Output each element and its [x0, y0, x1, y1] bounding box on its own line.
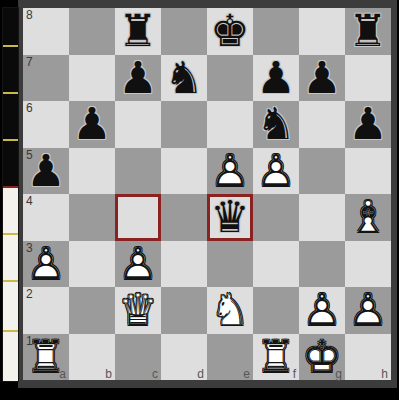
- eval-tick: [3, 330, 18, 332]
- square-h4[interactable]: ♝♗: [345, 194, 391, 241]
- square-b2[interactable]: [69, 287, 115, 334]
- square-a7[interactable]: 7: [23, 55, 69, 102]
- eval-tick: [3, 92, 18, 94]
- square-b5[interactable]: [69, 148, 115, 195]
- square-b4[interactable]: [69, 194, 115, 241]
- square-e5[interactable]: ♟♙: [207, 148, 253, 195]
- square-f2[interactable]: [253, 287, 299, 334]
- white-piece-outline: ♙: [345, 287, 391, 334]
- square-f5[interactable]: ♟♙: [253, 148, 299, 195]
- square-e6[interactable]: [207, 101, 253, 148]
- white-bishop[interactable]: ♝♗: [345, 194, 391, 241]
- black-queen[interactable]: ♛: [207, 194, 253, 241]
- square-g5[interactable]: [299, 148, 345, 195]
- square-h3[interactable]: [345, 241, 391, 288]
- square-b8[interactable]: [69, 8, 115, 55]
- black-pawn[interactable]: ♟: [299, 55, 345, 102]
- square-d4[interactable]: [161, 194, 207, 241]
- square-h8[interactable]: ♜: [345, 8, 391, 55]
- black-pawn[interactable]: ♟: [115, 55, 161, 102]
- square-f6[interactable]: ♞: [253, 101, 299, 148]
- square-d5[interactable]: [161, 148, 207, 195]
- white-piece-outline: ♖: [23, 334, 69, 381]
- square-e1[interactable]: e: [207, 334, 253, 381]
- square-g7[interactable]: ♟: [299, 55, 345, 102]
- square-f8[interactable]: [253, 8, 299, 55]
- white-piece-outline: ♖: [253, 334, 299, 381]
- square-a1[interactable]: 1a♜♖: [23, 334, 69, 381]
- white-piece-outline: ♕: [115, 287, 161, 334]
- square-d8[interactable]: [161, 8, 207, 55]
- white-pawn[interactable]: ♟♙: [299, 287, 345, 334]
- square-c4[interactable]: [115, 194, 161, 241]
- square-c6[interactable]: [115, 101, 161, 148]
- black-pawn[interactable]: ♟: [23, 148, 69, 195]
- square-a2[interactable]: 2: [23, 287, 69, 334]
- white-rook[interactable]: ♜♖: [23, 334, 69, 381]
- black-rook[interactable]: ♜: [345, 8, 391, 55]
- file-label-c: c: [152, 368, 158, 380]
- black-knight[interactable]: ♞: [161, 55, 207, 102]
- evaluation-bar: [3, 8, 18, 381]
- white-piece-outline: ♔: [299, 334, 345, 381]
- black-king[interactable]: ♚: [207, 8, 253, 55]
- white-king[interactable]: ♚♔: [299, 334, 345, 381]
- eval-midpoint-line: [3, 186, 18, 188]
- white-pawn[interactable]: ♟♙: [345, 287, 391, 334]
- white-pawn[interactable]: ♟♙: [23, 241, 69, 288]
- eval-tick: [3, 233, 18, 235]
- square-d1[interactable]: d: [161, 334, 207, 381]
- square-g1[interactable]: g♚♔: [299, 334, 345, 381]
- eval-tick: [3, 280, 18, 282]
- file-label-d: d: [197, 368, 204, 380]
- rank-label-8: 8: [26, 9, 33, 22]
- square-a8[interactable]: 8: [23, 8, 69, 55]
- square-f7[interactable]: ♟: [253, 55, 299, 102]
- white-knight[interactable]: ♞♘: [207, 287, 253, 334]
- square-c3[interactable]: ♟♙: [115, 241, 161, 288]
- square-f4[interactable]: [253, 194, 299, 241]
- square-c2[interactable]: ♛♕: [115, 287, 161, 334]
- white-piece-outline: ♙: [253, 148, 299, 195]
- black-pawn[interactable]: ♟: [253, 55, 299, 102]
- square-c7[interactable]: ♟: [115, 55, 161, 102]
- rank-label-4: 4: [26, 195, 33, 208]
- white-piece-outline: ♗: [345, 194, 391, 241]
- square-h5[interactable]: [345, 148, 391, 195]
- white-piece-outline: ♙: [299, 287, 345, 334]
- square-g2[interactable]: ♟♙: [299, 287, 345, 334]
- black-pawn[interactable]: ♟: [345, 101, 391, 148]
- square-a5[interactable]: 5♟: [23, 148, 69, 195]
- square-f1[interactable]: f♜♖: [253, 334, 299, 381]
- square-c1[interactable]: c: [115, 334, 161, 381]
- chess-board: 8♜♚♜7♟♞♟♟6♟♞♟5♟♟♙♟♙4♛♝♗3♟♙♟♙2♛♕♞♘♟♙♟♙1a♜…: [23, 8, 391, 380]
- eval-tick: [3, 139, 18, 141]
- black-rook[interactable]: ♜: [115, 8, 161, 55]
- square-e2[interactable]: ♞♘: [207, 287, 253, 334]
- square-a4[interactable]: 4: [23, 194, 69, 241]
- eval-black-section: [3, 8, 18, 186]
- rank-label-2: 2: [26, 288, 33, 301]
- square-g3[interactable]: [299, 241, 345, 288]
- black-knight[interactable]: ♞: [253, 101, 299, 148]
- square-c5[interactable]: [115, 148, 161, 195]
- square-e8[interactable]: ♚: [207, 8, 253, 55]
- white-pawn[interactable]: ♟♙: [253, 148, 299, 195]
- square-e7[interactable]: [207, 55, 253, 102]
- black-pawn[interactable]: ♟: [69, 101, 115, 148]
- square-d6[interactable]: [161, 101, 207, 148]
- white-piece-outline: ♘: [207, 287, 253, 334]
- square-d7[interactable]: ♞: [161, 55, 207, 102]
- file-label-e: e: [243, 368, 250, 380]
- square-h1[interactable]: h: [345, 334, 391, 381]
- white-rook[interactable]: ♜♖: [253, 334, 299, 381]
- square-a6[interactable]: 6: [23, 101, 69, 148]
- square-h6[interactable]: ♟: [345, 101, 391, 148]
- white-piece-outline: ♙: [23, 241, 69, 288]
- eval-tick: [3, 45, 18, 47]
- rank-label-7: 7: [26, 56, 33, 69]
- file-label-b: b: [105, 368, 112, 380]
- square-d2[interactable]: [161, 287, 207, 334]
- square-e3[interactable]: [207, 241, 253, 288]
- square-g8[interactable]: [299, 8, 345, 55]
- square-b1[interactable]: b: [69, 334, 115, 381]
- square-a3[interactable]: 3♟♙: [23, 241, 69, 288]
- square-g4[interactable]: [299, 194, 345, 241]
- rank-label-6: 6: [26, 102, 33, 115]
- square-d3[interactable]: [161, 241, 207, 288]
- chess-app-screen: 8♜♚♜7♟♞♟♟6♟♞♟5♟♟♙♟♙4♛♝♗3♟♙♟♙2♛♕♞♘♟♙♟♙1a♜…: [0, 0, 399, 400]
- square-f3[interactable]: [253, 241, 299, 288]
- square-h7[interactable]: [345, 55, 391, 102]
- white-piece-outline: ♙: [207, 148, 253, 195]
- square-b7[interactable]: [69, 55, 115, 102]
- white-piece-outline: ♙: [115, 241, 161, 288]
- square-c8[interactable]: ♜: [115, 8, 161, 55]
- square-b3[interactable]: [69, 241, 115, 288]
- white-pawn[interactable]: ♟♙: [115, 241, 161, 288]
- square-b6[interactable]: ♟: [69, 101, 115, 148]
- file-label-h: h: [381, 368, 388, 380]
- square-h2[interactable]: ♟♙: [345, 287, 391, 334]
- square-g6[interactable]: [299, 101, 345, 148]
- white-queen[interactable]: ♛♕: [115, 287, 161, 334]
- white-pawn[interactable]: ♟♙: [207, 148, 253, 195]
- square-e4[interactable]: ♛: [207, 194, 253, 241]
